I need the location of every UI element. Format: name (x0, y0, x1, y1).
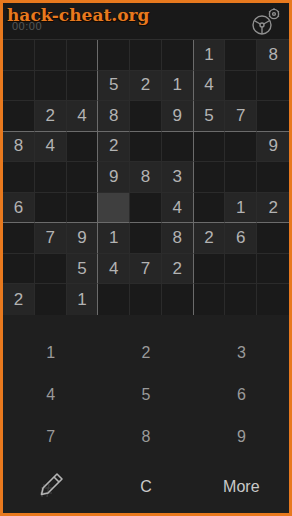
grid-cell-r9c3[interactable]: 1 (67, 284, 99, 315)
grid-cell-r9c7[interactable] (194, 284, 226, 315)
grid-cell-r9c9[interactable] (257, 284, 289, 315)
grid-cell-r4c9[interactable]: 9 (257, 132, 289, 163)
grid-cell-r7c7[interactable]: 2 (194, 223, 226, 254)
grid-cell-r4c4[interactable]: 2 (98, 132, 130, 163)
grid-cell-r1c6[interactable] (162, 40, 194, 71)
grid-cell-r7c5[interactable] (130, 223, 162, 254)
pencil-icon (34, 468, 68, 506)
grid-cell-r7c9[interactable] (257, 223, 289, 254)
grid-cell-r7c2[interactable]: 7 (35, 223, 67, 254)
grid-cell-r6c8[interactable]: 1 (225, 193, 257, 224)
grid-cell-r8c2[interactable] (35, 254, 67, 285)
grid-cell-r9c6[interactable] (162, 284, 194, 315)
grid-cell-r1c4[interactable] (98, 40, 130, 71)
grid-cell-r8c1[interactable] (3, 254, 35, 285)
numpad-button-6[interactable]: 6 (194, 374, 289, 416)
grid-cell-r3c4[interactable]: 8 (98, 101, 130, 132)
grid-cell-r1c3[interactable] (67, 40, 99, 71)
more-button[interactable]: More (194, 477, 289, 497)
settings-button[interactable] (247, 7, 283, 37)
number-pad: 123456789 (3, 332, 289, 458)
grid-cell-r1c2[interactable] (35, 40, 67, 71)
numpad-button-2[interactable]: 2 (98, 332, 193, 374)
grid-cell-r2c1[interactable] (3, 71, 35, 102)
pencil-notes-button[interactable] (3, 467, 98, 507)
grid-cell-r5c5[interactable]: 8 (130, 162, 162, 193)
clear-button[interactable]: C (98, 477, 193, 497)
grid-cell-r9c5[interactable] (130, 284, 162, 315)
grid-cell-r2c7[interactable]: 4 (194, 71, 226, 102)
grid-cell-r8c8[interactable] (225, 254, 257, 285)
numpad-button-9[interactable]: 9 (194, 416, 289, 458)
grid-cell-r1c1[interactable] (3, 40, 35, 71)
grid-cell-r3c2[interactable]: 2 (35, 101, 67, 132)
grid-cell-r3c5[interactable] (130, 101, 162, 132)
grid-cell-r9c2[interactable] (35, 284, 67, 315)
grid-cell-r7c8[interactable]: 6 (225, 223, 257, 254)
numpad-button-4[interactable]: 4 (3, 374, 98, 416)
grid-cell-r9c8[interactable] (225, 284, 257, 315)
grid-cell-r4c5[interactable] (130, 132, 162, 163)
grid-cell-r6c2[interactable] (35, 193, 67, 224)
grid-cell-r6c1[interactable]: 6 (3, 193, 35, 224)
numpad-button-1[interactable]: 1 (3, 332, 98, 374)
grid-cell-r2c5[interactable]: 2 (130, 71, 162, 102)
sudoku-board: 18521424895784299836412791826547221 (3, 39, 289, 315)
grid-cell-r3c9[interactable] (257, 101, 289, 132)
grid-cell-r5c7[interactable] (194, 162, 226, 193)
grid-cell-r1c5[interactable] (130, 40, 162, 71)
watermark: hack-cheat.org (7, 5, 149, 25)
grid-cell-r4c7[interactable] (194, 132, 226, 163)
numpad-button-5[interactable]: 5 (98, 374, 193, 416)
grid-cell-r2c9[interactable] (257, 71, 289, 102)
grid-cell-r5c8[interactable] (225, 162, 257, 193)
grid-cell-r9c4[interactable] (98, 284, 130, 315)
grid-cell-r5c4[interactable]: 9 (98, 162, 130, 193)
settings-gears-icon (247, 25, 283, 40)
grid-cell-r6c6[interactable]: 4 (162, 193, 194, 224)
grid-cell-r7c3[interactable]: 9 (67, 223, 99, 254)
grid-cell-r1c8[interactable] (225, 40, 257, 71)
grid-cell-r5c3[interactable] (67, 162, 99, 193)
grid-cell-r3c8[interactable]: 7 (225, 101, 257, 132)
grid-cell-r5c9[interactable] (257, 162, 289, 193)
numpad-button-3[interactable]: 3 (194, 332, 289, 374)
grid-cell-r5c6[interactable]: 3 (162, 162, 194, 193)
grid-cell-r8c9[interactable] (257, 254, 289, 285)
grid-cell-r4c3[interactable] (67, 132, 99, 163)
grid-cell-r4c8[interactable] (225, 132, 257, 163)
grid-cell-r3c6[interactable]: 9 (162, 101, 194, 132)
numpad-button-8[interactable]: 8 (98, 416, 193, 458)
grid-cell-r2c4[interactable]: 5 (98, 71, 130, 102)
grid-cell-r3c1[interactable] (3, 101, 35, 132)
grid-cell-r8c4[interactable]: 4 (98, 254, 130, 285)
grid-cell-r6c4[interactable] (98, 193, 130, 224)
grid-cell-r8c3[interactable]: 5 (67, 254, 99, 285)
top-bar: 00:00 hack-cheat.org (3, 3, 289, 39)
grid-cell-r6c5[interactable] (130, 193, 162, 224)
grid-cell-r1c9[interactable]: 8 (257, 40, 289, 71)
grid-cell-r6c9[interactable]: 2 (257, 193, 289, 224)
grid-cell-r7c6[interactable]: 8 (162, 223, 194, 254)
grid-cell-r4c1[interactable]: 8 (3, 132, 35, 163)
grid-cell-r2c2[interactable] (35, 71, 67, 102)
grid-cell-r2c6[interactable]: 1 (162, 71, 194, 102)
grid-cell-r2c8[interactable] (225, 71, 257, 102)
grid-cell-r6c3[interactable] (67, 193, 99, 224)
grid-cell-r6c7[interactable] (194, 193, 226, 224)
grid-cell-r8c5[interactable]: 7 (130, 254, 162, 285)
grid-cell-r8c7[interactable] (194, 254, 226, 285)
grid-cell-r4c6[interactable] (162, 132, 194, 163)
grid-cell-r8c6[interactable]: 2 (162, 254, 194, 285)
app-window: 00:00 hack-cheat.org (0, 0, 292, 516)
bottom-toolbar: C More (3, 464, 289, 510)
grid-cell-r7c4[interactable]: 1 (98, 223, 130, 254)
grid-cell-r3c7[interactable]: 5 (194, 101, 226, 132)
grid-cell-r9c1[interactable]: 2 (3, 284, 35, 315)
grid-cell-r5c2[interactable] (35, 162, 67, 193)
grid-cell-r5c1[interactable] (3, 162, 35, 193)
grid-cell-r4c2[interactable]: 4 (35, 132, 67, 163)
grid-cell-r1c7[interactable]: 1 (194, 40, 226, 71)
grid-cell-r7c1[interactable] (3, 223, 35, 254)
grid-cell-r2c3[interactable] (67, 71, 99, 102)
numpad-button-7[interactable]: 7 (3, 416, 98, 458)
grid-cell-r3c3[interactable]: 4 (67, 101, 99, 132)
